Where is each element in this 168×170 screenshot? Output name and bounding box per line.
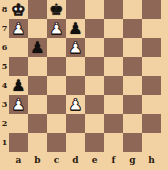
rank-label-5: 5 bbox=[0, 57, 9, 76]
square-h8[interactable] bbox=[142, 0, 161, 19]
file-label-e: e bbox=[85, 152, 104, 170]
square-d8[interactable] bbox=[66, 0, 85, 19]
file-label-c: c bbox=[47, 152, 66, 170]
square-f2[interactable] bbox=[104, 114, 123, 133]
rank-label-6: 6 bbox=[0, 38, 9, 57]
rank-label-4: 4 bbox=[0, 76, 9, 95]
square-e7[interactable] bbox=[85, 19, 104, 38]
square-f6[interactable] bbox=[104, 38, 123, 57]
square-f5[interactable] bbox=[104, 57, 123, 76]
square-g4[interactable] bbox=[123, 76, 142, 95]
square-g3[interactable] bbox=[123, 95, 142, 114]
file-labels: abcdefgh bbox=[9, 152, 161, 170]
square-b1[interactable] bbox=[28, 133, 47, 152]
square-g1[interactable] bbox=[123, 133, 142, 152]
square-e3[interactable] bbox=[85, 95, 104, 114]
square-b4[interactable] bbox=[28, 76, 47, 95]
white-pawn[interactable]: ♟ bbox=[66, 38, 85, 57]
rank-label-2: 2 bbox=[0, 114, 9, 133]
square-e5[interactable] bbox=[85, 57, 104, 76]
chess-board-area: 87654321 ♚♚♟♟♟♟♟♟♟♟ abcdefgh bbox=[0, 0, 168, 170]
square-d1[interactable] bbox=[66, 133, 85, 152]
file-label-b: b bbox=[28, 152, 47, 170]
rank-label-8: 8 bbox=[0, 0, 9, 19]
white-pawn[interactable]: ♟ bbox=[66, 95, 85, 114]
square-g5[interactable] bbox=[123, 57, 142, 76]
square-b2[interactable] bbox=[28, 114, 47, 133]
square-e8[interactable] bbox=[85, 0, 104, 19]
square-h5[interactable] bbox=[142, 57, 161, 76]
white-pawn[interactable]: ♟ bbox=[47, 19, 66, 38]
square-c6[interactable] bbox=[47, 38, 66, 57]
square-d3[interactable]: ♟ bbox=[66, 95, 85, 114]
square-e6[interactable] bbox=[85, 38, 104, 57]
square-b8[interactable] bbox=[28, 0, 47, 19]
square-f8[interactable] bbox=[104, 0, 123, 19]
file-label-h: h bbox=[142, 152, 161, 170]
square-e2[interactable] bbox=[85, 114, 104, 133]
square-b3[interactable] bbox=[28, 95, 47, 114]
square-g6[interactable] bbox=[123, 38, 142, 57]
square-g2[interactable] bbox=[123, 114, 142, 133]
square-d2[interactable] bbox=[66, 114, 85, 133]
square-b7[interactable] bbox=[28, 19, 47, 38]
square-c4[interactable] bbox=[47, 76, 66, 95]
black-pawn[interactable]: ♟ bbox=[28, 38, 47, 57]
square-e4[interactable] bbox=[85, 76, 104, 95]
square-b5[interactable] bbox=[28, 57, 47, 76]
square-g8[interactable] bbox=[123, 0, 142, 19]
square-a3[interactable]: ♟ bbox=[9, 95, 28, 114]
square-a8[interactable]: ♚ bbox=[9, 0, 28, 19]
square-f4[interactable] bbox=[104, 76, 123, 95]
white-pawn[interactable]: ♟ bbox=[9, 19, 28, 38]
square-h4[interactable] bbox=[142, 76, 161, 95]
rank-label-3: 3 bbox=[0, 95, 9, 114]
rank-label-7: 7 bbox=[0, 19, 9, 38]
chessboard: ♚♚♟♟♟♟♟♟♟♟ bbox=[9, 0, 161, 152]
rank-labels: 87654321 bbox=[0, 0, 9, 152]
square-g7[interactable] bbox=[123, 19, 142, 38]
square-a5[interactable] bbox=[9, 57, 28, 76]
square-c1[interactable] bbox=[47, 133, 66, 152]
square-a7[interactable]: ♟ bbox=[9, 19, 28, 38]
square-h1[interactable] bbox=[142, 133, 161, 152]
black-pawn[interactable]: ♟ bbox=[9, 76, 28, 95]
file-label-d: d bbox=[66, 152, 85, 170]
square-b6[interactable]: ♟ bbox=[28, 38, 47, 57]
square-a2[interactable] bbox=[9, 114, 28, 133]
square-d5[interactable] bbox=[66, 57, 85, 76]
black-pawn[interactable]: ♟ bbox=[66, 19, 85, 38]
square-c3[interactable] bbox=[47, 95, 66, 114]
square-c2[interactable] bbox=[47, 114, 66, 133]
square-f1[interactable] bbox=[104, 133, 123, 152]
square-d6[interactable]: ♟ bbox=[66, 38, 85, 57]
square-a6[interactable] bbox=[9, 38, 28, 57]
rank-label-1: 1 bbox=[0, 133, 9, 152]
file-label-f: f bbox=[104, 152, 123, 170]
square-h2[interactable] bbox=[142, 114, 161, 133]
square-f3[interactable] bbox=[104, 95, 123, 114]
square-e1[interactable] bbox=[85, 133, 104, 152]
white-king[interactable]: ♚ bbox=[9, 0, 28, 19]
square-c7[interactable]: ♟ bbox=[47, 19, 66, 38]
file-label-g: g bbox=[123, 152, 142, 170]
square-h6[interactable] bbox=[142, 38, 161, 57]
square-c5[interactable] bbox=[47, 57, 66, 76]
square-a1[interactable] bbox=[9, 133, 28, 152]
square-a4[interactable]: ♟ bbox=[9, 76, 28, 95]
square-d7[interactable]: ♟ bbox=[66, 19, 85, 38]
square-d4[interactable] bbox=[66, 76, 85, 95]
white-pawn[interactable]: ♟ bbox=[9, 95, 28, 114]
file-label-a: a bbox=[9, 152, 28, 170]
square-f7[interactable] bbox=[104, 19, 123, 38]
square-c8[interactable]: ♚ bbox=[47, 0, 66, 19]
black-king[interactable]: ♚ bbox=[47, 0, 66, 19]
square-h3[interactable] bbox=[142, 95, 161, 114]
square-h7[interactable] bbox=[142, 19, 161, 38]
